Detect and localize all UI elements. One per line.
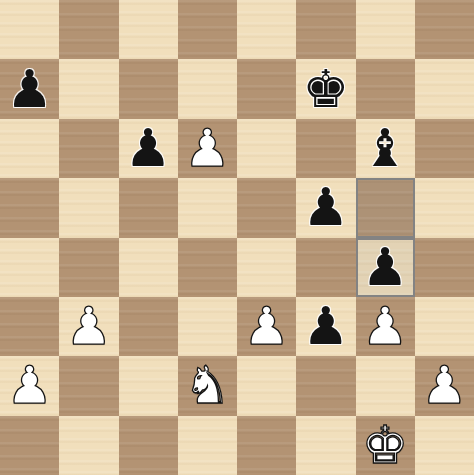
square-h5[interactable] xyxy=(415,178,474,237)
square-g3[interactable]: ♟ xyxy=(356,297,415,356)
square-h1[interactable] xyxy=(415,416,474,475)
square-h4[interactable] xyxy=(415,238,474,297)
square-f3[interactable]: ♟ xyxy=(296,297,355,356)
square-d4[interactable] xyxy=(178,238,237,297)
white-pawn-h2[interactable]: ♟ xyxy=(421,356,468,415)
square-a2[interactable]: ♟ xyxy=(0,356,59,415)
square-c6[interactable]: ♟ xyxy=(119,119,178,178)
square-g4[interactable]: ♟ xyxy=(356,238,415,297)
square-h7[interactable] xyxy=(415,59,474,118)
white-pawn-e3[interactable]: ♟ xyxy=(243,297,290,356)
black-pawn-f3[interactable]: ♟ xyxy=(303,297,350,356)
white-pawn-b3[interactable]: ♟ xyxy=(66,297,113,356)
square-d3[interactable] xyxy=(178,297,237,356)
square-d8[interactable] xyxy=(178,0,237,59)
square-b2[interactable] xyxy=(59,356,118,415)
square-h2[interactable]: ♟ xyxy=(415,356,474,415)
white-king-g1[interactable]: ♚ xyxy=(362,416,409,475)
square-b6[interactable] xyxy=(59,119,118,178)
black-pawn-g4[interactable]: ♟ xyxy=(362,238,409,297)
square-e7[interactable] xyxy=(237,59,296,118)
square-f8[interactable] xyxy=(296,0,355,59)
square-f6[interactable] xyxy=(296,119,355,178)
square-c2[interactable] xyxy=(119,356,178,415)
square-d5[interactable] xyxy=(178,178,237,237)
square-e3[interactable]: ♟ xyxy=(237,297,296,356)
square-a6[interactable] xyxy=(0,119,59,178)
square-e1[interactable] xyxy=(237,416,296,475)
square-h6[interactable] xyxy=(415,119,474,178)
square-e5[interactable] xyxy=(237,178,296,237)
square-a1[interactable] xyxy=(0,416,59,475)
square-d6[interactable]: ♟ xyxy=(178,119,237,178)
square-g2[interactable] xyxy=(356,356,415,415)
square-e8[interactable] xyxy=(237,0,296,59)
black-bishop-g6[interactable]: ♝ xyxy=(362,119,409,178)
black-pawn-c6[interactable]: ♟ xyxy=(125,119,172,178)
square-b3[interactable]: ♟ xyxy=(59,297,118,356)
square-d2[interactable]: ♞ xyxy=(178,356,237,415)
white-pawn-a2[interactable]: ♟ xyxy=(6,356,53,415)
square-c1[interactable] xyxy=(119,416,178,475)
square-f4[interactable] xyxy=(296,238,355,297)
black-pawn-a7[interactable]: ♟ xyxy=(6,60,53,119)
square-g8[interactable] xyxy=(356,0,415,59)
square-b7[interactable] xyxy=(59,59,118,118)
chess-board: ♟♚♟♟♝♟♟♟♟♟♟♟♞♟♚ xyxy=(0,0,474,475)
square-c3[interactable] xyxy=(119,297,178,356)
square-g6[interactable]: ♝ xyxy=(356,119,415,178)
square-f1[interactable] xyxy=(296,416,355,475)
square-f7[interactable]: ♚ xyxy=(296,59,355,118)
square-e4[interactable] xyxy=(237,238,296,297)
square-g5[interactable] xyxy=(356,178,415,237)
square-a7[interactable]: ♟ xyxy=(0,59,59,118)
white-pawn-d6[interactable]: ♟ xyxy=(184,119,231,178)
square-c4[interactable] xyxy=(119,238,178,297)
white-knight-d2[interactable]: ♞ xyxy=(184,356,231,415)
square-b5[interactable] xyxy=(59,178,118,237)
square-e2[interactable] xyxy=(237,356,296,415)
square-g1[interactable]: ♚ xyxy=(356,416,415,475)
square-b8[interactable] xyxy=(59,0,118,59)
square-e6[interactable] xyxy=(237,119,296,178)
square-a3[interactable] xyxy=(0,297,59,356)
black-king-f7[interactable]: ♚ xyxy=(303,60,350,119)
square-c5[interactable] xyxy=(119,178,178,237)
square-d7[interactable] xyxy=(178,59,237,118)
white-pawn-g3[interactable]: ♟ xyxy=(362,297,409,356)
square-c8[interactable] xyxy=(119,0,178,59)
square-a8[interactable] xyxy=(0,0,59,59)
square-h3[interactable] xyxy=(415,297,474,356)
square-b4[interactable] xyxy=(59,238,118,297)
square-a4[interactable] xyxy=(0,238,59,297)
square-d1[interactable] xyxy=(178,416,237,475)
square-f5[interactable]: ♟ xyxy=(296,178,355,237)
square-g7[interactable] xyxy=(356,59,415,118)
black-pawn-f5[interactable]: ♟ xyxy=(303,178,350,237)
square-b1[interactable] xyxy=(59,416,118,475)
square-h8[interactable] xyxy=(415,0,474,59)
square-f2[interactable] xyxy=(296,356,355,415)
square-c7[interactable] xyxy=(119,59,178,118)
square-a5[interactable] xyxy=(0,178,59,237)
